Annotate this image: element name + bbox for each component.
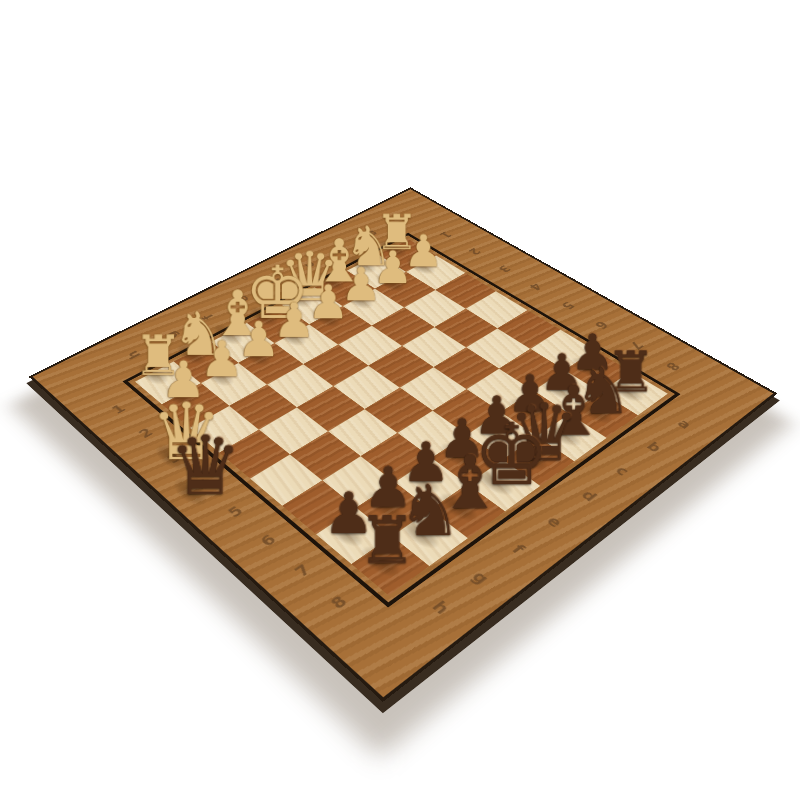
file-label-f-rank8-border: f [508, 541, 529, 557]
rank-label-4-afile-border: 4 [526, 281, 546, 292]
rank-label-5-afile-border: 5 [558, 299, 578, 311]
rank-label-3-afile-border: 3 [495, 263, 514, 274]
rank-label-8-afile-border: 8 [662, 359, 684, 372]
rank-label-8-hfile-border: 8 [325, 592, 350, 612]
file-label-c-rank8-border: c [612, 463, 633, 478]
rank-label-6-hfile-border: 6 [256, 531, 280, 549]
product-photo-scene: 1122334455667788aabbccddeeffgghh♜♞♝♛♚♝♞♜… [0, 0, 800, 800]
file-label-a-rank8-border: a [674, 417, 695, 432]
chess-board: 1122334455667788aabbccddeeffgghh♜♞♝♛♚♝♞♜… [28, 187, 777, 702]
rank-label-2-afile-border: 2 [465, 246, 484, 257]
rank-label-5-hfile-border: 5 [223, 503, 246, 521]
rank-label-7-hfile-border: 7 [290, 561, 314, 580]
rank-label-1-hfile-border: 1 [108, 402, 128, 417]
file-label-b-rank8-border: b [643, 439, 665, 455]
file-label-e-rank8-border: e [543, 513, 567, 530]
file-label-h-rank8-border: h [428, 597, 454, 617]
file-label-d-rank8-border: d [578, 487, 601, 504]
file-label-g-rank8-border: g [468, 568, 493, 587]
